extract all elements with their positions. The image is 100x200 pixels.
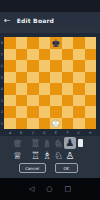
file-label-B: B — [16, 129, 28, 136]
square-b5[interactable] — [16, 72, 28, 84]
square-c1[interactable] — [27, 118, 39, 130]
square-a3[interactable] — [4, 95, 16, 107]
white-pawn-icon: ♙ — [66, 151, 75, 161]
square-h3[interactable] — [85, 95, 97, 107]
square-f3[interactable] — [62, 95, 74, 107]
square-f4[interactable] — [62, 83, 74, 95]
palette-white-knight[interactable]: ♘ — [53, 150, 64, 161]
square-d4[interactable] — [39, 83, 51, 95]
square-e2[interactable] — [50, 106, 62, 118]
square-d3[interactable] — [39, 95, 51, 107]
square-h2[interactable] — [85, 106, 97, 118]
palette-white-bishop[interactable]: ♗ — [42, 150, 53, 161]
file-label-F: F — [62, 129, 74, 136]
android-nav-bar: ◁ ○ □ — [0, 178, 100, 200]
ok-button[interactable]: OK — [55, 163, 78, 173]
square-d8[interactable] — [39, 37, 51, 49]
black-queen-icon: ♛ — [13, 139, 22, 149]
file-label-E: E — [50, 129, 62, 136]
palette-black-rook[interactable]: ♜ — [30, 138, 41, 149]
square-d5[interactable] — [39, 72, 51, 84]
square-b4[interactable] — [16, 83, 28, 95]
square-a2[interactable] — [4, 106, 16, 118]
file-label-A: A — [4, 129, 16, 136]
square-d1[interactable] — [39, 118, 51, 130]
square-c5[interactable] — [27, 72, 39, 84]
square-a6[interactable] — [4, 60, 16, 72]
square-c6[interactable] — [27, 60, 39, 72]
square-g5[interactable] — [73, 72, 85, 84]
back-arrow-icon[interactable]: ← — [4, 17, 11, 25]
square-b8[interactable] — [16, 37, 28, 49]
square-g3[interactable] — [73, 95, 85, 107]
app-bar: ← Edit Board — [0, 12, 100, 29]
square-g4[interactable] — [73, 83, 85, 95]
square-d6[interactable] — [39, 60, 51, 72]
square-h5[interactable] — [85, 72, 97, 84]
palette-white-rook[interactable]: ♖ — [30, 150, 41, 161]
square-a1[interactable] — [4, 118, 16, 130]
square-h6[interactable] — [85, 60, 97, 72]
black-knight-icon: ♞ — [54, 139, 63, 149]
black-king[interactable]: ♚ — [50, 37, 62, 49]
edit-board-screen: ← Edit Board 87654321 ♚♚ ABCDEFGH ♛♜♝♞♟ … — [0, 0, 100, 200]
selected-piece-box: ♟ — [64, 137, 76, 149]
file-label-D: D — [39, 129, 51, 136]
black-bishop-icon: ♝ — [43, 139, 52, 149]
square-g2[interactable] — [73, 106, 85, 118]
square-c7[interactable] — [27, 49, 39, 61]
file-label-C: C — [27, 129, 39, 136]
square-b2[interactable] — [16, 106, 28, 118]
square-c4[interactable] — [27, 83, 39, 95]
palette-white-queen[interactable]: ♕ — [12, 150, 23, 161]
palette-black-pawn[interactable]: ♟ — [65, 138, 76, 149]
square-e7[interactable] — [50, 49, 62, 61]
white-queen-icon: ♕ — [13, 151, 22, 161]
square-b1[interactable] — [16, 118, 28, 130]
square-b7[interactable] — [16, 49, 28, 61]
square-c2[interactable] — [27, 106, 39, 118]
square-a5[interactable] — [4, 72, 16, 84]
square-g8[interactable] — [73, 37, 85, 49]
square-f1[interactable] — [62, 118, 74, 130]
file-label-H: H — [85, 129, 97, 136]
palette-white-row: ♕♖♗♘♙ — [0, 150, 100, 162]
square-e6[interactable] — [50, 60, 62, 72]
file-labels: ABCDEFGH — [4, 129, 96, 136]
palette-black-row: ♛♜♝♞♟ — [0, 138, 100, 150]
file-label-G: G — [73, 129, 85, 136]
square-a4[interactable] — [4, 83, 16, 95]
palette-black-bishop[interactable]: ♝ — [42, 138, 53, 149]
palette-black-knight[interactable]: ♞ — [53, 138, 64, 149]
cancel-button[interactable]: Cancel — [19, 163, 46, 173]
palette-white-pawn[interactable]: ♙ — [65, 150, 76, 161]
square-e8[interactable]: ♚ — [50, 37, 62, 49]
square-h1[interactable] — [85, 118, 97, 130]
square-g1[interactable] — [73, 118, 85, 130]
square-a8[interactable] — [4, 37, 16, 49]
eraser-tool-icon[interactable] — [78, 139, 83, 147]
nav-recents-icon[interactable]: □ — [64, 186, 71, 193]
dialog-buttons: Cancel OK — [0, 162, 100, 174]
square-b6[interactable] — [16, 60, 28, 72]
square-f8[interactable] — [62, 37, 74, 49]
square-f7[interactable] — [62, 49, 74, 61]
palette-black-queen[interactable]: ♛ — [12, 138, 23, 149]
square-g7[interactable] — [73, 49, 85, 61]
square-a7[interactable] — [4, 49, 16, 61]
square-e5[interactable] — [50, 72, 62, 84]
square-h8[interactable] — [85, 37, 97, 49]
piece-palette: ♛♜♝♞♟ ♕♖♗♘♙ — [0, 137, 100, 163]
square-f6[interactable] — [62, 60, 74, 72]
white-knight-icon: ♘ — [54, 151, 63, 161]
nav-back-icon[interactable]: ◁ — [29, 186, 34, 193]
square-h4[interactable] — [85, 83, 97, 95]
square-g6[interactable] — [73, 60, 85, 72]
square-c8[interactable] — [27, 37, 39, 49]
status-bar — [0, 0, 100, 12]
square-e1[interactable]: ♚ — [50, 118, 62, 130]
white-rook-icon: ♖ — [31, 151, 40, 161]
square-b3[interactable] — [16, 95, 28, 107]
square-e3[interactable] — [50, 95, 62, 107]
board-frame: 87654321 ♚♚ ABCDEFGH — [0, 33, 100, 136]
square-c3[interactable] — [27, 95, 39, 107]
square-f2[interactable] — [62, 106, 74, 118]
black-rook-icon: ♜ — [31, 139, 40, 149]
square-e4[interactable] — [50, 83, 62, 95]
white-king[interactable]: ♚ — [50, 118, 62, 130]
square-f5[interactable] — [62, 72, 74, 84]
square-h7[interactable] — [85, 49, 97, 61]
chess-board: ♚♚ — [4, 37, 96, 129]
nav-home-icon[interactable]: ○ — [46, 186, 52, 193]
white-bishop-icon: ♗ — [43, 151, 52, 161]
page-title: Edit Board — [17, 17, 54, 24]
black-pawn-icon: ♟ — [66, 138, 75, 148]
square-d7[interactable] — [39, 49, 51, 61]
square-d2[interactable] — [39, 106, 51, 118]
